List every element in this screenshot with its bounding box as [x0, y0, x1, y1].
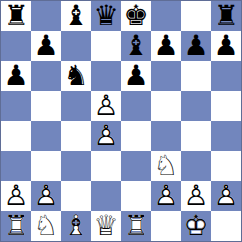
black-knight: ♞	[61, 61, 91, 91]
square-a8[interactable]: ♜	[1, 1, 31, 31]
square-a4[interactable]	[1, 121, 31, 151]
square-b2[interactable]: ♟♙	[31, 181, 61, 211]
square-d3[interactable]	[91, 151, 121, 181]
square-a7[interactable]	[1, 31, 31, 61]
white-pawn: ♙	[1, 181, 31, 211]
square-b6[interactable]	[31, 61, 61, 91]
square-f1[interactable]	[151, 211, 181, 241]
white-pawn: ♙	[91, 121, 121, 151]
square-a2[interactable]: ♟♙	[1, 181, 31, 211]
square-d6[interactable]	[91, 61, 121, 91]
square-f6[interactable]	[151, 61, 181, 91]
white-bishop: ♗	[61, 211, 91, 241]
square-h3[interactable]	[211, 151, 241, 181]
square-c7[interactable]	[61, 31, 91, 61]
white-pawn-fill: ♟	[151, 181, 181, 211]
white-king-fill: ♚	[181, 211, 211, 241]
white-queen-fill: ♛	[91, 211, 121, 241]
square-e1[interactable]: ♜♖	[121, 211, 151, 241]
black-pawn: ♟	[181, 31, 211, 61]
square-c6[interactable]: ♞	[61, 61, 91, 91]
square-e8[interactable]: ♚	[121, 1, 151, 31]
white-rook: ♖	[121, 211, 151, 241]
white-pawn: ♙	[181, 181, 211, 211]
square-c4[interactable]	[61, 121, 91, 151]
square-g3[interactable]	[181, 151, 211, 181]
square-d1[interactable]: ♛♕	[91, 211, 121, 241]
square-f8[interactable]	[151, 1, 181, 31]
square-a3[interactable]	[1, 151, 31, 181]
black-pawn: ♟	[121, 61, 151, 91]
square-h6[interactable]	[211, 61, 241, 91]
square-c5[interactable]	[61, 91, 91, 121]
square-h4[interactable]	[211, 121, 241, 151]
square-b7[interactable]: ♟	[31, 31, 61, 61]
square-e3[interactable]	[121, 151, 151, 181]
square-f3[interactable]: ♞♘	[151, 151, 181, 181]
white-pawn: ♙	[151, 181, 181, 211]
square-g4[interactable]	[181, 121, 211, 151]
chess-board: ♜♝♛♚♜♟♝♟♟♟♟♞♟♟♙♟♙♞♘♟♙♟♙♟♙♟♙♟♙♜♖♞♘♝♗♛♕♜♖♚…	[0, 0, 242, 242]
white-knight-fill: ♞	[151, 151, 181, 181]
square-c1[interactable]: ♝♗	[61, 211, 91, 241]
white-pawn-fill: ♟	[211, 181, 241, 211]
square-h5[interactable]	[211, 91, 241, 121]
square-e5[interactable]	[121, 91, 151, 121]
black-pawn: ♟	[151, 31, 181, 61]
black-bishop: ♝	[121, 31, 151, 61]
black-pawn: ♟	[1, 61, 31, 91]
square-b8[interactable]	[31, 1, 61, 31]
white-knight-fill: ♞	[31, 211, 61, 241]
white-pawn-fill: ♟	[91, 91, 121, 121]
square-e2[interactable]	[121, 181, 151, 211]
square-c2[interactable]	[61, 181, 91, 211]
square-d5[interactable]: ♟♙	[91, 91, 121, 121]
white-rook-fill: ♜	[121, 211, 151, 241]
black-rook: ♜	[211, 1, 241, 31]
square-b3[interactable]	[31, 151, 61, 181]
square-a5[interactable]	[1, 91, 31, 121]
white-pawn: ♙	[211, 181, 241, 211]
square-f5[interactable]	[151, 91, 181, 121]
white-pawn-fill: ♟	[31, 181, 61, 211]
white-pawn-fill: ♟	[181, 181, 211, 211]
white-pawn-fill: ♟	[91, 121, 121, 151]
square-h7[interactable]: ♟	[211, 31, 241, 61]
square-g7[interactable]: ♟	[181, 31, 211, 61]
white-bishop-fill: ♝	[61, 211, 91, 241]
square-h1[interactable]	[211, 211, 241, 241]
square-f2[interactable]: ♟♙	[151, 181, 181, 211]
square-a1[interactable]: ♜♖	[1, 211, 31, 241]
square-b4[interactable]	[31, 121, 61, 151]
white-rook-fill: ♜	[1, 211, 31, 241]
black-rook: ♜	[1, 1, 31, 31]
black-pawn: ♟	[31, 31, 61, 61]
square-b1[interactable]: ♞♘	[31, 211, 61, 241]
square-d8[interactable]: ♛	[91, 1, 121, 31]
square-e7[interactable]: ♝	[121, 31, 151, 61]
square-h2[interactable]: ♟♙	[211, 181, 241, 211]
white-knight: ♘	[151, 151, 181, 181]
square-d4[interactable]: ♟♙	[91, 121, 121, 151]
square-d7[interactable]	[91, 31, 121, 61]
square-b5[interactable]	[31, 91, 61, 121]
white-knight: ♘	[31, 211, 61, 241]
black-pawn: ♟	[211, 31, 241, 61]
square-g2[interactable]: ♟♙	[181, 181, 211, 211]
square-c3[interactable]	[61, 151, 91, 181]
square-c8[interactable]: ♝	[61, 1, 91, 31]
square-e4[interactable]	[121, 121, 151, 151]
square-g1[interactable]: ♚♔	[181, 211, 211, 241]
square-a6[interactable]: ♟	[1, 61, 31, 91]
square-f4[interactable]	[151, 121, 181, 151]
square-g6[interactable]	[181, 61, 211, 91]
white-king: ♔	[181, 211, 211, 241]
black-queen: ♛	[91, 1, 121, 31]
square-f7[interactable]: ♟	[151, 31, 181, 61]
white-pawn: ♙	[31, 181, 61, 211]
square-h8[interactable]: ♜	[211, 1, 241, 31]
black-bishop: ♝	[61, 1, 91, 31]
black-king: ♚	[121, 1, 151, 31]
square-e6[interactable]: ♟	[121, 61, 151, 91]
square-g5[interactable]	[181, 91, 211, 121]
square-g8[interactable]	[181, 1, 211, 31]
square-d2[interactable]	[91, 181, 121, 211]
white-pawn-fill: ♟	[1, 181, 31, 211]
white-queen: ♕	[91, 211, 121, 241]
white-rook: ♖	[1, 211, 31, 241]
white-pawn: ♙	[91, 91, 121, 121]
